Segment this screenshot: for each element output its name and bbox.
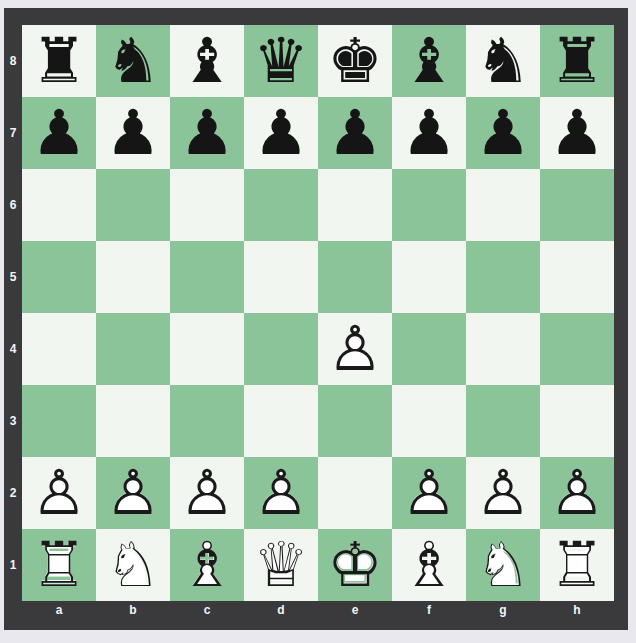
square-h8[interactable]: ♜ bbox=[540, 25, 614, 97]
piece-outline-glyph: ♙ bbox=[466, 457, 540, 529]
piece-glyph: ♞ bbox=[96, 25, 170, 97]
piece-white-rook[interactable]: ♜♖ bbox=[540, 529, 614, 601]
rank-label-2: 2 bbox=[4, 457, 22, 529]
piece-outline-glyph: ♗ bbox=[392, 529, 466, 601]
square-f2[interactable]: ♟♙ bbox=[392, 457, 466, 529]
square-a2[interactable]: ♟♙ bbox=[22, 457, 96, 529]
square-g1[interactable]: ♞♘ bbox=[466, 529, 540, 601]
piece-glyph: ♟ bbox=[97, 458, 169, 528]
square-g7[interactable]: ♟ bbox=[466, 97, 540, 169]
piece-white-pawn[interactable]: ♟♙ bbox=[466, 457, 540, 529]
piece-glyph: ♜ bbox=[541, 530, 613, 600]
piece-glyph: ♟ bbox=[96, 97, 170, 169]
piece-glyph: ♟ bbox=[245, 458, 317, 528]
file-label-a: a bbox=[22, 601, 96, 630]
square-h4[interactable] bbox=[540, 313, 614, 385]
piece-outline-glyph: ♗ bbox=[170, 529, 244, 601]
square-c8[interactable]: ♝ bbox=[170, 25, 244, 97]
piece-black-pawn[interactable]: ♟ bbox=[318, 97, 392, 169]
square-b1[interactable]: ♞♘ bbox=[96, 529, 170, 601]
square-d1[interactable]: ♛♕ bbox=[244, 529, 318, 601]
square-d2[interactable]: ♟♙ bbox=[244, 457, 318, 529]
rank-label-8: 8 bbox=[4, 25, 22, 97]
square-c5[interactable] bbox=[170, 241, 244, 313]
piece-glyph: ♝ bbox=[392, 25, 466, 97]
piece-black-rook[interactable]: ♜ bbox=[540, 25, 614, 97]
square-e8[interactable]: ♚ bbox=[318, 25, 392, 97]
square-f6[interactable] bbox=[392, 169, 466, 241]
piece-glyph: ♟ bbox=[319, 314, 391, 384]
file-label-b: b bbox=[96, 601, 170, 630]
piece-white-bishop[interactable]: ♝♗ bbox=[170, 529, 244, 601]
square-f4[interactable] bbox=[392, 313, 466, 385]
piece-black-pawn[interactable]: ♟ bbox=[540, 97, 614, 169]
piece-white-king[interactable]: ♚♔ bbox=[318, 529, 392, 601]
rank-label-1: 1 bbox=[4, 529, 22, 601]
rank-label-7: 7 bbox=[4, 97, 22, 169]
piece-white-pawn[interactable]: ♟♙ bbox=[318, 313, 392, 385]
piece-glyph: ♛ bbox=[244, 25, 318, 97]
square-d8[interactable]: ♛ bbox=[244, 25, 318, 97]
piece-black-knight[interactable]: ♞ bbox=[466, 25, 540, 97]
square-a3[interactable] bbox=[22, 385, 96, 457]
piece-black-pawn[interactable]: ♟ bbox=[392, 97, 466, 169]
piece-white-pawn[interactable]: ♟♙ bbox=[540, 457, 614, 529]
square-g3[interactable] bbox=[466, 385, 540, 457]
piece-glyph: ♝ bbox=[393, 530, 465, 600]
file-label-f: f bbox=[392, 601, 466, 630]
square-c4[interactable] bbox=[170, 313, 244, 385]
piece-glyph: ♟ bbox=[393, 458, 465, 528]
square-g5[interactable] bbox=[466, 241, 540, 313]
square-d5[interactable] bbox=[244, 241, 318, 313]
square-g4[interactable] bbox=[466, 313, 540, 385]
piece-white-queen[interactable]: ♛♕ bbox=[244, 529, 318, 601]
piece-outline-glyph: ♙ bbox=[244, 457, 318, 529]
rank-label-3: 3 bbox=[4, 385, 22, 457]
square-a6[interactable] bbox=[22, 169, 96, 241]
file-label-e: e bbox=[318, 601, 392, 630]
square-d3[interactable] bbox=[244, 385, 318, 457]
piece-glyph: ♟ bbox=[318, 97, 392, 169]
piece-outline-glyph: ♙ bbox=[170, 457, 244, 529]
square-h3[interactable] bbox=[540, 385, 614, 457]
square-a1[interactable]: ♜♖ bbox=[22, 529, 96, 601]
square-b6[interactable] bbox=[96, 169, 170, 241]
piece-white-pawn[interactable]: ♟♙ bbox=[22, 457, 96, 529]
file-labels: abcdefgh bbox=[22, 601, 614, 630]
piece-glyph: ♜ bbox=[540, 25, 614, 97]
piece-white-bishop[interactable]: ♝♗ bbox=[392, 529, 466, 601]
square-b7[interactable]: ♟ bbox=[96, 97, 170, 169]
square-a4[interactable] bbox=[22, 313, 96, 385]
piece-white-pawn[interactable]: ♟♙ bbox=[170, 457, 244, 529]
piece-glyph: ♞ bbox=[467, 530, 539, 600]
piece-black-pawn[interactable]: ♟ bbox=[170, 97, 244, 169]
piece-white-pawn[interactable]: ♟♙ bbox=[244, 457, 318, 529]
piece-glyph: ♟ bbox=[171, 458, 243, 528]
piece-glyph: ♝ bbox=[170, 25, 244, 97]
square-c3[interactable] bbox=[170, 385, 244, 457]
square-h2[interactable]: ♟♙ bbox=[540, 457, 614, 529]
piece-glyph: ♟ bbox=[23, 458, 95, 528]
square-b2[interactable]: ♟♙ bbox=[96, 457, 170, 529]
piece-white-pawn[interactable]: ♟♙ bbox=[96, 457, 170, 529]
piece-glyph: ♟ bbox=[541, 458, 613, 528]
piece-outline-glyph: ♙ bbox=[96, 457, 170, 529]
rank-label-5: 5 bbox=[4, 241, 22, 313]
piece-glyph: ♞ bbox=[97, 530, 169, 600]
square-a7[interactable]: ♟ bbox=[22, 97, 96, 169]
square-e1[interactable]: ♚♔ bbox=[318, 529, 392, 601]
piece-outline-glyph: ♘ bbox=[96, 529, 170, 601]
square-g8[interactable]: ♞ bbox=[466, 25, 540, 97]
file-label-g: g bbox=[466, 601, 540, 630]
piece-outline-glyph: ♙ bbox=[318, 313, 392, 385]
piece-glyph: ♟ bbox=[170, 97, 244, 169]
square-e6[interactable] bbox=[318, 169, 392, 241]
piece-glyph: ♚ bbox=[319, 530, 391, 600]
square-a8[interactable]: ♜ bbox=[22, 25, 96, 97]
piece-glyph: ♟ bbox=[540, 97, 614, 169]
piece-glyph: ♛ bbox=[245, 530, 317, 600]
file-label-c: c bbox=[170, 601, 244, 630]
square-e3[interactable] bbox=[318, 385, 392, 457]
chessboard-frame: 87654321 ♜♞♝♛♚♝♞♜♟♟♟♟♟♟♟♟♟♙♟♙♟♙♟♙♟♙♟♙♟♙♟… bbox=[4, 8, 628, 630]
piece-black-bishop[interactable]: ♝ bbox=[392, 25, 466, 97]
square-b3[interactable] bbox=[96, 385, 170, 457]
piece-outline-glyph: ♙ bbox=[22, 457, 96, 529]
square-h7[interactable]: ♟ bbox=[540, 97, 614, 169]
square-b5[interactable] bbox=[96, 241, 170, 313]
piece-black-pawn[interactable]: ♟ bbox=[96, 97, 170, 169]
square-f8[interactable]: ♝ bbox=[392, 25, 466, 97]
square-e5[interactable] bbox=[318, 241, 392, 313]
square-c1[interactable]: ♝♗ bbox=[170, 529, 244, 601]
piece-glyph: ♟ bbox=[467, 458, 539, 528]
square-f3[interactable] bbox=[392, 385, 466, 457]
square-b8[interactable]: ♞ bbox=[96, 25, 170, 97]
rank-label-6: 6 bbox=[4, 169, 22, 241]
square-g6[interactable] bbox=[466, 169, 540, 241]
piece-glyph: ♜ bbox=[22, 25, 96, 97]
piece-glyph: ♟ bbox=[244, 97, 318, 169]
square-a5[interactable] bbox=[22, 241, 96, 313]
piece-glyph: ♟ bbox=[22, 97, 96, 169]
piece-outline-glyph: ♕ bbox=[244, 529, 318, 601]
piece-black-pawn[interactable]: ♟ bbox=[22, 97, 96, 169]
piece-white-pawn[interactable]: ♟♙ bbox=[392, 457, 466, 529]
rank-labels: 87654321 bbox=[4, 25, 22, 601]
square-c2[interactable]: ♟♙ bbox=[170, 457, 244, 529]
square-h1[interactable]: ♜♖ bbox=[540, 529, 614, 601]
square-c6[interactable] bbox=[170, 169, 244, 241]
piece-outline-glyph: ♙ bbox=[392, 457, 466, 529]
piece-white-rook[interactable]: ♜♖ bbox=[22, 529, 96, 601]
piece-glyph: ♟ bbox=[392, 97, 466, 169]
square-d6[interactable] bbox=[244, 169, 318, 241]
piece-glyph: ♜ bbox=[23, 530, 95, 600]
square-e2[interactable] bbox=[318, 457, 392, 529]
square-e4[interactable]: ♟♙ bbox=[318, 313, 392, 385]
piece-outline-glyph: ♖ bbox=[22, 529, 96, 601]
piece-black-king[interactable]: ♚ bbox=[318, 25, 392, 97]
square-g2[interactable]: ♟♙ bbox=[466, 457, 540, 529]
piece-black-rook[interactable]: ♜ bbox=[22, 25, 96, 97]
piece-glyph: ♞ bbox=[466, 25, 540, 97]
piece-black-pawn[interactable]: ♟ bbox=[466, 97, 540, 169]
square-f7[interactable]: ♟ bbox=[392, 97, 466, 169]
rank-label-4: 4 bbox=[4, 313, 22, 385]
piece-outline-glyph: ♘ bbox=[466, 529, 540, 601]
piece-outline-glyph: ♖ bbox=[540, 529, 614, 601]
piece-black-bishop[interactable]: ♝ bbox=[170, 25, 244, 97]
square-f5[interactable] bbox=[392, 241, 466, 313]
piece-glyph: ♚ bbox=[318, 25, 392, 97]
square-d4[interactable] bbox=[244, 313, 318, 385]
file-label-h: h bbox=[540, 601, 614, 630]
file-label-d: d bbox=[244, 601, 318, 630]
piece-glyph: ♟ bbox=[466, 97, 540, 169]
square-d7[interactable]: ♟ bbox=[244, 97, 318, 169]
piece-black-pawn[interactable]: ♟ bbox=[244, 97, 318, 169]
square-f1[interactable]: ♝♗ bbox=[392, 529, 466, 601]
square-h5[interactable] bbox=[540, 241, 614, 313]
piece-white-knight[interactable]: ♞♘ bbox=[466, 529, 540, 601]
chessboard: ♜♞♝♛♚♝♞♜♟♟♟♟♟♟♟♟♟♙♟♙♟♙♟♙♟♙♟♙♟♙♟♙♜♖♞♘♝♗♛♕… bbox=[22, 25, 614, 601]
square-b4[interactable] bbox=[96, 313, 170, 385]
piece-black-knight[interactable]: ♞ bbox=[96, 25, 170, 97]
square-c7[interactable]: ♟ bbox=[170, 97, 244, 169]
page-background: 87654321 ♜♞♝♛♚♝♞♜♟♟♟♟♟♟♟♟♟♙♟♙♟♙♟♙♟♙♟♙♟♙♟… bbox=[0, 0, 636, 643]
piece-glyph: ♝ bbox=[171, 530, 243, 600]
piece-outline-glyph: ♔ bbox=[318, 529, 392, 601]
square-h6[interactable] bbox=[540, 169, 614, 241]
piece-outline-glyph: ♙ bbox=[540, 457, 614, 529]
piece-white-knight[interactable]: ♞♘ bbox=[96, 529, 170, 601]
square-e7[interactable]: ♟ bbox=[318, 97, 392, 169]
piece-black-queen[interactable]: ♛ bbox=[244, 25, 318, 97]
